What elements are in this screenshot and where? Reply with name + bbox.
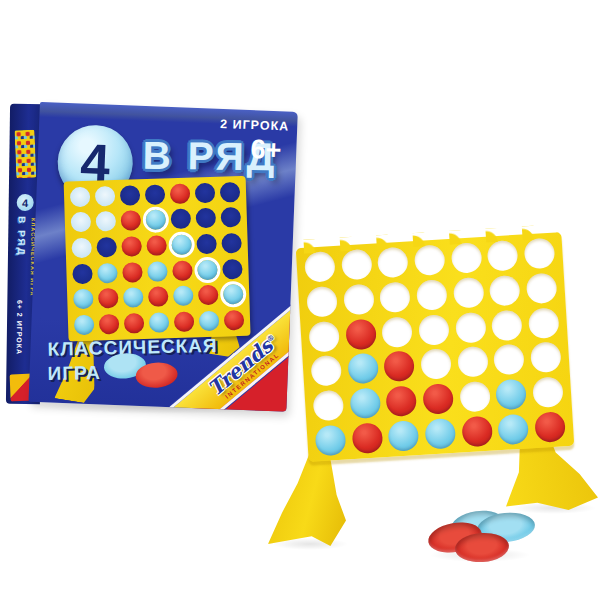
board-real-cell-r5c4-red-disc bbox=[419, 380, 458, 417]
box-board-cell-r1c5-red-disc bbox=[167, 180, 193, 206]
stand-left-leg bbox=[268, 448, 346, 546]
board-real-cell-r1c3-empty bbox=[374, 244, 413, 281]
board-real-cell-r6c4-blue-disc bbox=[421, 415, 460, 452]
box-board-cell-r4c3-red-disc bbox=[119, 259, 145, 285]
board-real-cell-r5c3-red-disc bbox=[382, 383, 421, 420]
board-real-cell-r3c4-empty bbox=[415, 311, 454, 348]
board-real-cell-r2c4-empty bbox=[413, 277, 452, 314]
box-board-cell-r4c4-cyan-disc bbox=[145, 258, 171, 284]
box-board-cell-r4c2-cyan-disc bbox=[94, 260, 120, 286]
box-board-cell-r4c6-cyan-disc-winning bbox=[195, 257, 221, 283]
game-box: 4 В РЯД КЛАССИЧЕСКАЯ ИГРА 6+ 2 ИГРОКА 4 … bbox=[8, 100, 302, 412]
box-board-cell-r3c5-cyan-disc-winning bbox=[169, 232, 195, 258]
board-real-cell-r4c4-empty bbox=[417, 346, 456, 383]
box-board-cell-r2c1-empty bbox=[68, 209, 94, 235]
board-real-cell-r5c1-empty bbox=[309, 387, 348, 424]
board-real-cell-r2c6-empty bbox=[486, 272, 525, 309]
box-board-cell-r2c7-empty bbox=[218, 205, 244, 231]
board-real-cell-r6c5-red-disc bbox=[457, 413, 496, 450]
board-real-cell-r3c3-empty bbox=[378, 314, 417, 351]
board-real-cell-r2c2-empty bbox=[339, 281, 378, 318]
board-real-cell-r1c7-empty bbox=[520, 235, 559, 272]
box-board-cell-r2c3-red-disc bbox=[118, 208, 144, 234]
board-real-cell-r1c2-empty bbox=[337, 247, 376, 284]
board-real-cell-r5c5-empty bbox=[455, 378, 494, 415]
board-real-cell-r2c7-empty bbox=[522, 270, 561, 307]
board-real-cell-r4c6-empty bbox=[490, 341, 529, 378]
box-board-cell-r1c1-empty bbox=[67, 184, 93, 210]
box-board-cell-r1c7-empty bbox=[217, 179, 243, 205]
board-real-cell-r5c2-blue-disc bbox=[346, 385, 385, 422]
box-board-cell-r5c1-cyan-disc bbox=[70, 286, 96, 312]
board-real-cell-r1c6-empty bbox=[483, 238, 522, 275]
board-real-cell-r6c1-blue-disc bbox=[311, 422, 350, 459]
box-board-cell-r4c1-empty bbox=[69, 261, 95, 287]
board-real-cell-r1c1-empty bbox=[301, 249, 340, 286]
box-board-cell-r5c2-red-disc bbox=[95, 285, 121, 311]
box-board-cell-r3c6-empty bbox=[194, 231, 220, 257]
spine-badge-4: 4 bbox=[17, 194, 34, 211]
box-board-cell-r6c3-red-disc bbox=[121, 310, 147, 336]
spine-title: В РЯД bbox=[16, 216, 28, 257]
box-board-cell-r3c3-red-disc bbox=[119, 233, 145, 259]
box-board-cell-r4c5-red-disc bbox=[170, 257, 196, 283]
board-real-cell-r6c6-blue-disc bbox=[494, 411, 533, 448]
board-real-cell-r4c5-empty bbox=[453, 344, 492, 381]
board-real-cell-r1c5-empty bbox=[447, 240, 486, 277]
board-real-cell-r3c5-empty bbox=[451, 309, 490, 346]
box-board-cell-r3c4-red-disc bbox=[144, 233, 170, 259]
brand-ribbon: Trends® INTERNATIONAL bbox=[169, 294, 291, 411]
box-board-cell-r1c3-empty bbox=[117, 182, 143, 208]
board-real-cell-r3c1-empty bbox=[305, 318, 344, 355]
box-board-cell-r2c4-cyan-disc-winning bbox=[143, 207, 169, 233]
board-real-cell-r4c2-blue-disc bbox=[344, 350, 383, 387]
box-board-cell-r2c6-empty bbox=[193, 205, 219, 231]
box-board-cell-r5c3-cyan-disc bbox=[120, 285, 146, 311]
board-real-cell-r3c6-empty bbox=[488, 307, 527, 344]
board-real-cell-r6c3-blue-disc bbox=[384, 417, 423, 454]
board-real-cell-r4c1-empty bbox=[307, 353, 346, 390]
board-real-cell-r2c1-empty bbox=[303, 283, 342, 320]
box-board-cell-r3c7-empty bbox=[219, 230, 245, 256]
game-board bbox=[296, 232, 575, 462]
board-real-cell-r4c3-red-disc bbox=[380, 348, 419, 385]
board-real-cell-r4c7-empty bbox=[526, 339, 565, 376]
board-real-cell-r2c5-empty bbox=[449, 274, 488, 311]
board-real-cell-r1c4-empty bbox=[410, 242, 449, 279]
box-board-cell-r4c7-empty bbox=[220, 256, 246, 282]
board-real-cell-r3c7-empty bbox=[524, 305, 563, 342]
box-front: 4 В РЯД 2 ИГРОКА 6+ КЛАССИЧЕСКАЯ ИГРА Tr… bbox=[28, 102, 297, 412]
board-real-cell-r6c2-red-disc bbox=[348, 420, 387, 457]
box-board-cell-r1c6-empty bbox=[192, 180, 218, 206]
box-board-cell-r1c4-empty bbox=[142, 181, 168, 207]
board-real-cell-r6c7-red-disc bbox=[530, 408, 569, 445]
box-board-cell-r2c5-empty bbox=[168, 206, 194, 232]
box-board-cell-r3c2-empty bbox=[93, 234, 119, 260]
board-real-cell-r3c2-red-disc bbox=[342, 316, 381, 353]
box-board-cell-r6c2-red-disc bbox=[96, 311, 122, 337]
box-board-cell-r5c4-red-disc bbox=[145, 284, 171, 310]
box-board-cell-r6c1-cyan-disc bbox=[71, 312, 97, 338]
players-label: 2 ИГРОКА bbox=[220, 117, 290, 134]
age-label: 6+ bbox=[250, 134, 282, 166]
box-board-cell-r1c2-empty bbox=[92, 183, 118, 209]
product-photo: 4 В РЯД КЛАССИЧЕСКАЯ ИГРА 6+ 2 ИГРОКА 4 … bbox=[0, 0, 600, 600]
box-board-cell-r2c2-empty bbox=[93, 208, 119, 234]
spine-grid-thumbnail bbox=[14, 130, 36, 179]
board-real-cell-r5c7-empty bbox=[528, 374, 567, 411]
board-real-cell-r2c3-empty bbox=[376, 279, 415, 316]
tagline-line2: ИГРА bbox=[47, 362, 101, 385]
box-board-cell-r3c1-empty bbox=[68, 235, 94, 261]
box-board-cell-r6c4-cyan-disc bbox=[146, 310, 172, 336]
spine-age-players: 6+ 2 ИГРОКА bbox=[16, 300, 24, 355]
board-real-cell-r5c6-blue-disc bbox=[492, 376, 531, 413]
